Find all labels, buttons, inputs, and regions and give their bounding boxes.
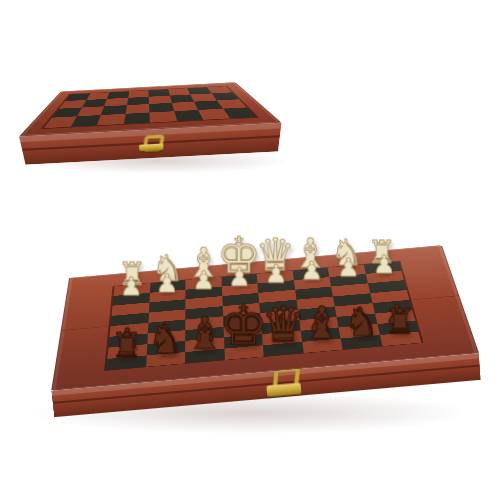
square-g8 — [146, 352, 185, 367]
square-c8 — [302, 338, 343, 353]
square-b8 — [341, 335, 382, 350]
square-e8 — [224, 345, 264, 360]
board-top: ♜♞♝♚♛♝♞♜♟♟♟♟♟♟♟♟♟♟♟♟♟♟♟♟♜♞♝♚♛♝♞♜ — [51, 245, 479, 390]
square-a8 — [379, 332, 421, 347]
clasp-plate — [266, 383, 301, 397]
closed-box-square — [97, 114, 125, 126]
square-f8 — [185, 349, 224, 364]
product-photo: { "game": "chess", "scene": { "type": "p… — [0, 0, 500, 500]
closed-box-checkerboard — [41, 86, 260, 130]
closed-box-brass-clasp — [137, 135, 165, 152]
open-chess-board: ♜♞♝♚♛♝♞♜♟♟♟♟♟♟♟♟♟♟♟♟♟♟♟♟♜♞♝♚♛♝♞♜ — [0, 150, 500, 500]
closed-box-top — [19, 82, 282, 136]
closed-box-square — [123, 113, 150, 124]
board-brass-clasp — [263, 366, 304, 397]
closed-box-square — [222, 107, 256, 118]
piece-white-king: ♚ — [216, 225, 262, 280]
square-h8 — [106, 355, 146, 370]
square-d8 — [263, 342, 303, 357]
closed-box-square — [149, 111, 176, 122]
board-checkerboard — [104, 261, 424, 371]
